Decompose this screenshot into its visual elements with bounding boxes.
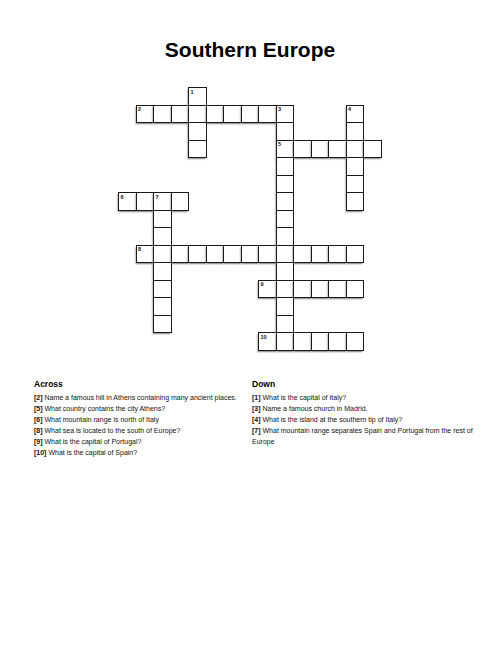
clue-text: Name a famous hill in Athens containing … xyxy=(43,394,237,401)
clue-text: What is the island at the southern tip o… xyxy=(261,416,403,423)
crossword-cell[interactable] xyxy=(223,105,242,124)
crossword-cell[interactable] xyxy=(293,280,312,299)
cell-number: 3 xyxy=(278,106,281,112)
crossword-cell[interactable] xyxy=(293,140,312,159)
cell-number: 6 xyxy=(121,194,124,200)
crossword-cell[interactable] xyxy=(276,122,295,141)
crossword-cell[interactable] xyxy=(311,332,330,351)
crossword-cell[interactable] xyxy=(153,105,172,124)
crossword-cell[interactable] xyxy=(188,105,207,124)
crossword-cell[interactable] xyxy=(153,280,172,299)
cell-number: 4 xyxy=(348,106,351,112)
clue-number: [7] xyxy=(252,427,261,434)
cell-number: 10 xyxy=(261,334,267,340)
crossword-cell[interactable] xyxy=(276,332,295,351)
crossword-cell[interactable]: 9 xyxy=(258,280,277,299)
clue-text: What is the capital of Spain? xyxy=(46,449,137,456)
clue-text: What mountain range separates Spain and … xyxy=(252,427,473,445)
clue-text: Name a famous church in Madrid. xyxy=(261,405,368,412)
crossword-cell[interactable] xyxy=(188,140,207,159)
crossword-cell[interactable] xyxy=(346,280,365,299)
crossword-cell[interactable] xyxy=(171,245,190,264)
crossword-cell[interactable]: 7 xyxy=(153,192,172,211)
crossword-cell[interactable] xyxy=(276,297,295,316)
clue-item: [10] What is the capital of Spain? xyxy=(34,447,247,458)
cell-number: 9 xyxy=(261,281,264,287)
crossword-cell[interactable] xyxy=(276,245,295,264)
crossword-cell[interactable] xyxy=(153,245,172,264)
crossword-cell[interactable] xyxy=(153,297,172,316)
clue-number: [5] xyxy=(34,405,43,412)
crossword-cell[interactable] xyxy=(206,105,225,124)
crossword-cell[interactable] xyxy=(153,227,172,246)
crossword-cell[interactable] xyxy=(258,245,277,264)
crossword-cell[interactable] xyxy=(276,175,295,194)
crossword-cell[interactable] xyxy=(328,332,347,351)
crossword-cell[interactable] xyxy=(293,245,312,264)
clue-text: What sea is located to the south of Euro… xyxy=(43,427,181,434)
clue-item: [3] Name a famous church in Madrid. xyxy=(252,403,478,414)
crossword-cell[interactable] xyxy=(188,122,207,141)
clue-item: [2] Name a famous hill in Athens contain… xyxy=(34,392,247,403)
crossword-cell[interactable] xyxy=(346,175,365,194)
crossword-cell[interactable]: 4 xyxy=(346,105,365,124)
clue-item: [8] What sea is located to the south of … xyxy=(34,425,247,436)
clue-text: What country contains the city Athens? xyxy=(43,405,166,412)
down-clues-section: Down [1] What is the capital of Italy?[3… xyxy=(252,379,478,447)
clue-item: [5] What country contains the city Athen… xyxy=(34,403,247,414)
crossword-cell[interactable] xyxy=(276,262,295,281)
crossword-cell[interactable] xyxy=(276,315,295,334)
crossword-cell[interactable] xyxy=(276,280,295,299)
crossword-cell[interactable] xyxy=(153,262,172,281)
crossword-cell[interactable] xyxy=(346,245,365,264)
crossword-cell[interactable] xyxy=(328,140,347,159)
down-clues-list: [1] What is the capital of Italy?[3] Nam… xyxy=(252,392,478,447)
crossword-grid: 12345678910 xyxy=(118,87,382,351)
across-header: Across xyxy=(34,379,247,389)
clue-text: What mountain range is north of Italy xyxy=(43,416,159,423)
cell-number: 2 xyxy=(138,106,141,112)
clue-item: [6] What mountain range is north of Ital… xyxy=(34,414,247,425)
crossword-cell[interactable] xyxy=(223,245,242,264)
clue-number: [3] xyxy=(252,405,261,412)
clue-item: [1] What is the capital of Italy? xyxy=(252,392,478,403)
clue-text: What is the capital of Portugal? xyxy=(43,438,142,445)
crossword-cell[interactable] xyxy=(241,245,260,264)
crossword-cell[interactable] xyxy=(258,105,277,124)
crossword-cell[interactable] xyxy=(328,245,347,264)
clue-item: [9] What is the capital of Portugal? xyxy=(34,436,247,447)
clue-number: [9] xyxy=(34,438,43,445)
clue-item: [7] What mountain range separates Spain … xyxy=(252,425,478,447)
crossword-cell[interactable]: 5 xyxy=(276,140,295,159)
crossword-cell[interactable] xyxy=(206,245,225,264)
crossword-cell[interactable] xyxy=(293,332,312,351)
clue-number: [1] xyxy=(252,394,261,401)
crossword-cell[interactable]: 8 xyxy=(136,245,155,264)
crossword-cell[interactable]: 10 xyxy=(258,332,277,351)
crossword-cell[interactable] xyxy=(363,140,382,159)
crossword-cell[interactable] xyxy=(153,210,172,229)
crossword-cell[interactable] xyxy=(171,192,190,211)
puzzle-title: Southern Europe xyxy=(0,38,500,62)
cell-number: 1 xyxy=(191,89,194,95)
down-header: Down xyxy=(252,379,478,389)
crossword-cell[interactable] xyxy=(276,210,295,229)
clue-number: [6] xyxy=(34,416,43,423)
crossword-cell[interactable] xyxy=(346,332,365,351)
cell-number: 8 xyxy=(138,246,141,252)
crossword-cell[interactable] xyxy=(136,192,155,211)
crossword-cell[interactable]: 3 xyxy=(276,105,295,124)
across-clues-section: Across [2] Name a famous hill in Athens … xyxy=(34,379,247,458)
clue-number: [4] xyxy=(252,416,261,423)
crossword-cell[interactable] xyxy=(171,105,190,124)
crossword-cell[interactable] xyxy=(346,140,365,159)
crossword-cell[interactable] xyxy=(276,157,295,176)
crossword-cell[interactable] xyxy=(346,157,365,176)
cell-number: 5 xyxy=(278,141,281,147)
crossword-cell[interactable] xyxy=(346,192,365,211)
crossword-cell[interactable] xyxy=(328,280,347,299)
clue-number: [10] xyxy=(34,449,46,456)
clue-item: [4] What is the island at the southern t… xyxy=(252,414,478,425)
crossword-cell[interactable] xyxy=(276,192,295,211)
crossword-cell[interactable] xyxy=(241,105,260,124)
crossword-cell[interactable]: 6 xyxy=(118,192,137,211)
crossword-cell[interactable]: 2 xyxy=(136,105,155,124)
cell-number: 7 xyxy=(156,194,159,200)
crossword-cell[interactable] xyxy=(346,122,365,141)
clue-number: [2] xyxy=(34,394,43,401)
crossword-page: Southern Europe 12345678910 Across [2] N… xyxy=(0,0,500,647)
crossword-cell[interactable] xyxy=(153,315,172,334)
crossword-cell[interactable] xyxy=(188,245,207,264)
crossword-cell[interactable] xyxy=(311,280,330,299)
crossword-cell[interactable]: 1 xyxy=(188,87,207,106)
crossword-cell[interactable] xyxy=(276,227,295,246)
clue-number: [8] xyxy=(34,427,43,434)
crossword-cell[interactable] xyxy=(311,245,330,264)
clue-text: What is the capital of Italy? xyxy=(261,394,347,401)
across-clues-list: [2] Name a famous hill in Athens contain… xyxy=(34,392,247,458)
crossword-cell[interactable] xyxy=(311,140,330,159)
